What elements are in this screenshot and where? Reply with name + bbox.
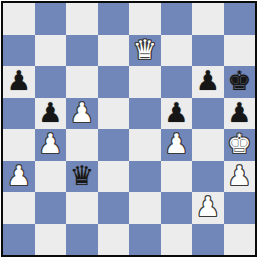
square-f2[interactable] — [161, 192, 193, 224]
square-e1[interactable] — [129, 224, 161, 256]
piece-black-pawn: ♟ — [227, 99, 251, 126]
piece-black-pawn: ♟ — [164, 99, 188, 126]
piece-black-pawn: ♟ — [196, 67, 220, 94]
piece-black-pawn: ♟ — [38, 99, 62, 126]
square-f1[interactable] — [161, 224, 193, 256]
piece-white-pawn: ♟ — [227, 162, 251, 189]
square-h8[interactable] — [224, 3, 256, 35]
square-a7[interactable] — [3, 35, 35, 67]
square-a6[interactable]: ♟ — [3, 66, 35, 98]
square-h2[interactable] — [224, 192, 256, 224]
square-c3[interactable]: ♛ — [66, 161, 98, 193]
square-g2[interactable]: ♟ — [192, 192, 224, 224]
square-g4[interactable] — [192, 129, 224, 161]
piece-white-pawn: ♟ — [196, 193, 220, 220]
square-e5[interactable] — [129, 98, 161, 130]
square-c6[interactable] — [66, 66, 98, 98]
square-a2[interactable] — [3, 192, 35, 224]
square-e3[interactable] — [129, 161, 161, 193]
piece-white-pawn: ♟ — [164, 130, 188, 157]
square-d2[interactable] — [98, 192, 130, 224]
square-h7[interactable] — [224, 35, 256, 67]
square-d5[interactable] — [98, 98, 130, 130]
square-f3[interactable] — [161, 161, 193, 193]
square-f5[interactable]: ♟ — [161, 98, 193, 130]
square-b4[interactable]: ♟ — [35, 129, 67, 161]
square-d3[interactable] — [98, 161, 130, 193]
square-e2[interactable] — [129, 192, 161, 224]
square-b1[interactable] — [35, 224, 67, 256]
square-d8[interactable] — [98, 3, 130, 35]
square-a8[interactable] — [3, 3, 35, 35]
square-b3[interactable] — [35, 161, 67, 193]
square-d6[interactable] — [98, 66, 130, 98]
square-b6[interactable] — [35, 66, 67, 98]
square-g5[interactable] — [192, 98, 224, 130]
square-b7[interactable] — [35, 35, 67, 67]
square-f8[interactable] — [161, 3, 193, 35]
square-e6[interactable] — [129, 66, 161, 98]
square-a5[interactable] — [3, 98, 35, 130]
square-c7[interactable] — [66, 35, 98, 67]
square-d4[interactable] — [98, 129, 130, 161]
square-e7[interactable]: ♛ — [129, 35, 161, 67]
square-g3[interactable] — [192, 161, 224, 193]
square-g1[interactable] — [192, 224, 224, 256]
square-f7[interactable] — [161, 35, 193, 67]
square-g8[interactable] — [192, 3, 224, 35]
piece-black-queen: ♛ — [70, 162, 94, 189]
square-g6[interactable]: ♟ — [192, 66, 224, 98]
square-a1[interactable] — [3, 224, 35, 256]
square-a4[interactable] — [3, 129, 35, 161]
square-e8[interactable] — [129, 3, 161, 35]
square-f4[interactable]: ♟ — [161, 129, 193, 161]
square-h5[interactable]: ♟ — [224, 98, 256, 130]
square-h1[interactable] — [224, 224, 256, 256]
piece-white-pawn: ♟ — [70, 99, 94, 126]
square-b5[interactable]: ♟ — [35, 98, 67, 130]
piece-black-king: ♚ — [227, 67, 251, 94]
piece-white-pawn: ♟ — [38, 130, 62, 157]
square-g7[interactable] — [192, 35, 224, 67]
piece-white-pawn: ♟ — [7, 162, 31, 189]
square-h6[interactable]: ♚ — [224, 66, 256, 98]
chess-board-frame: ♛♟♟♚♟♟♟♟♟♟♚♟♛♟♟ — [1, 1, 257, 257]
square-c1[interactable] — [66, 224, 98, 256]
square-c8[interactable] — [66, 3, 98, 35]
chess-board: ♛♟♟♚♟♟♟♟♟♟♚♟♛♟♟ — [3, 3, 255, 255]
square-a3[interactable]: ♟ — [3, 161, 35, 193]
square-c5[interactable]: ♟ — [66, 98, 98, 130]
square-d1[interactable] — [98, 224, 130, 256]
square-b2[interactable] — [35, 192, 67, 224]
square-d7[interactable] — [98, 35, 130, 67]
square-b8[interactable] — [35, 3, 67, 35]
square-h3[interactable]: ♟ — [224, 161, 256, 193]
square-c2[interactable] — [66, 192, 98, 224]
square-e4[interactable] — [129, 129, 161, 161]
piece-white-king: ♚ — [227, 130, 251, 157]
square-f6[interactable] — [161, 66, 193, 98]
square-h4[interactable]: ♚ — [224, 129, 256, 161]
square-c4[interactable] — [66, 129, 98, 161]
piece-white-queen: ♛ — [133, 36, 157, 63]
piece-black-pawn: ♟ — [7, 67, 31, 94]
